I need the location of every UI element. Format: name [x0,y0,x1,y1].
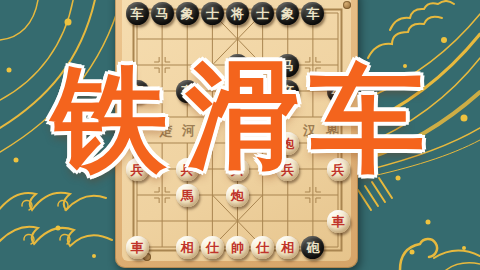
piece-black-rook[interactable]: 车 [301,2,324,25]
piece-black-cannon[interactable]: 砲 [301,236,324,259]
piece-red-advisor[interactable]: 仕 [251,236,274,259]
piece-red-rook[interactable]: 車 [126,236,149,259]
overlay-title-char-che: 车 [310,62,425,177]
piece-black-elephant[interactable]: 象 [276,2,299,25]
piece-black-horse[interactable]: 马 [151,2,174,25]
piece-red-elephant[interactable]: 相 [276,236,299,259]
piece-black-elephant[interactable]: 象 [176,2,199,25]
piece-black-general[interactable]: 将 [226,2,249,25]
piece-red-cannon[interactable]: 炮 [226,184,249,207]
piece-red-elephant[interactable]: 相 [176,236,199,259]
piece-red-advisor[interactable]: 仕 [201,236,224,259]
piece-black-rook[interactable]: 车 [126,2,149,25]
piece-black-advisor[interactable]: 士 [201,2,224,25]
board-pin [343,1,351,9]
piece-red-horse[interactable]: 馬 [176,184,199,207]
piece-black-advisor[interactable]: 士 [251,2,274,25]
screenshot-stage: 楚河 汉界 车马象士将士象车砲马卒卒卒卒卒炮兵兵兵兵兵馬炮車車相仕帥仕相砲 铁 … [0,0,480,270]
piece-red-general[interactable]: 帥 [226,236,249,259]
overlay-title-char-tie: 铁 [52,62,167,177]
piece-red-rook[interactable]: 車 [327,210,350,233]
overlay-title-char-hua: 滑 [186,58,301,173]
